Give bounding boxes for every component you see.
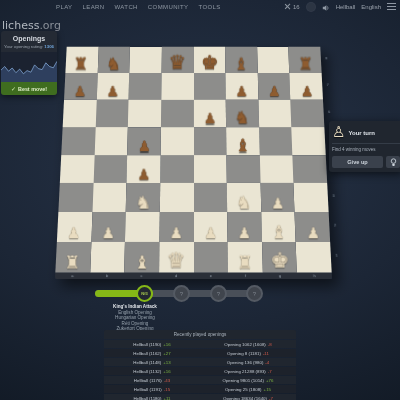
stepper-node-1[interactable]: Nf3 <box>136 285 153 302</box>
black-pawn-c4[interactable]: ♟ <box>137 168 150 182</box>
square-a5[interactable] <box>61 127 95 155</box>
square-g2[interactable]: ♝ <box>261 212 296 242</box>
file-label-d: d <box>159 272 194 279</box>
square-d5[interactable] <box>160 127 193 155</box>
nav-item-community[interactable]: COMMUNITY <box>148 4 189 10</box>
square-d6[interactable] <box>161 100 194 127</box>
file-label-f: f <box>228 272 263 279</box>
rating-delta: -11 <box>263 351 269 356</box>
puzzle-panel: ♙ Your turn Find 4 winning moves Give up <box>329 121 400 172</box>
recent-openings-table: Recently played openings Hellball (1190)… <box>104 330 296 400</box>
white-bishop-c1[interactable]: ♝ <box>134 254 150 272</box>
file-label-c: c <box>124 272 159 279</box>
stepper-node-label: ? <box>253 291 256 297</box>
rating-delta: -7 <box>269 396 273 400</box>
board-grid: ♜♞♛♚♝♜♟♟♟♟♟♟♞♟♝♟♞♞♟♟♟♟♟♟♝♟♜♝♛♜♚ <box>55 47 331 273</box>
black-pawn-a7[interactable]: ♟ <box>74 85 87 99</box>
give-up-button[interactable]: Give up <box>332 156 383 168</box>
player-name-rating: Hellball (1132) <box>133 369 161 374</box>
square-a4[interactable] <box>60 155 94 183</box>
white-pawn-d2[interactable]: ♟ <box>170 226 183 241</box>
square-e6[interactable]: ♟ <box>194 100 227 127</box>
nav-item-play[interactable]: PLAY <box>56 4 73 10</box>
square-c7[interactable] <box>129 73 162 100</box>
square-e8[interactable]: ♚ <box>194 47 226 73</box>
challenge-count: 16 <box>293 4 300 10</box>
file-label-g: g <box>263 272 298 279</box>
square-b3[interactable] <box>92 183 127 212</box>
file-label-a: a <box>55 272 90 279</box>
square-a8[interactable]: ♜ <box>65 47 98 73</box>
black-rook-a8[interactable]: ♜ <box>74 55 89 72</box>
opponent-name-rating: Opening 18634 (1640) <box>223 396 267 400</box>
player-name-rating: Hellball (1180) <box>133 396 161 400</box>
square-g1[interactable]: ♚ <box>262 242 297 272</box>
black-pawn-b7[interactable]: ♟ <box>106 85 119 99</box>
black-bishop-f5[interactable]: ♝ <box>235 137 250 154</box>
recent-game-row[interactable]: Hellball (1190)+16Opening 1062 (1608)-8 <box>104 340 296 348</box>
player-name-rating: Hellball (1148) <box>133 360 161 365</box>
black-pawn-c5[interactable]: ♟ <box>138 140 151 154</box>
rank-label-2: 2 <box>333 212 337 242</box>
white-pawn-e2[interactable]: ♟ <box>204 226 217 241</box>
square-a2[interactable]: ♟ <box>57 212 92 242</box>
rating-delta: +13 <box>163 360 170 365</box>
top-navbar: PLAYLEARNWATCHCOMMUNITYTOOLS 16 Hellball… <box>0 0 400 13</box>
white-king-g1[interactable]: ♚ <box>270 251 289 272</box>
lightbulb-icon <box>390 158 397 167</box>
square-g5[interactable] <box>259 127 293 155</box>
black-pawn-e6[interactable]: ♟ <box>203 112 216 126</box>
stepper-node-2[interactable]: ? <box>173 285 190 302</box>
black-rook-h8[interactable]: ♜ <box>298 55 313 72</box>
sidebar-title: Openings <box>1 31 57 44</box>
square-e1[interactable] <box>194 242 229 272</box>
square-e5[interactable] <box>194 127 227 155</box>
square-e4[interactable] <box>194 155 227 183</box>
language-selector[interactable]: English <box>361 4 381 10</box>
square-c4[interactable]: ♟ <box>127 155 161 183</box>
rating-sparkline-chart <box>1 52 57 82</box>
square-c1[interactable]: ♝ <box>124 242 159 272</box>
recent-game-row[interactable]: Hellball (1148)+13Opening 136 (980)-4 <box>104 358 296 366</box>
white-pawn-f2[interactable]: ♟ <box>238 226 251 241</box>
square-h6[interactable] <box>291 100 325 127</box>
black-pawn-h7[interactable]: ♟ <box>300 85 313 99</box>
stepper-node-label: Nf3 <box>141 291 147 296</box>
square-f2[interactable]: ♟ <box>227 212 262 242</box>
stepper-node-label: ? <box>180 291 183 297</box>
square-g4[interactable] <box>260 155 294 183</box>
opponent-name-rating: Opening 9801 (1014) <box>223 378 265 383</box>
divider <box>332 143 400 144</box>
challenges-button[interactable]: 16 <box>284 3 300 10</box>
white-pawn-h2[interactable]: ♟ <box>306 226 319 241</box>
square-f1[interactable]: ♜ <box>228 242 263 272</box>
square-h8[interactable]: ♜ <box>289 47 322 73</box>
chess-board[interactable]: ♜♞♛♚♝♜♟♟♟♟♟♟♞♟♝♟♞♞♟♟♟♟♟♟♝♟♜♝♛♜♚ abcdefgh… <box>55 47 332 279</box>
white-pawn-b2[interactable]: ♟ <box>101 226 114 241</box>
square-c5[interactable]: ♟ <box>127 127 160 155</box>
rating-delta: +16 <box>163 342 170 347</box>
file-coordinates: abcdefgh <box>55 272 332 279</box>
rank-label-3: 3 <box>332 183 336 212</box>
opening-rating-value: 1306 <box>44 44 54 49</box>
nav-item-tools[interactable]: TOOLS <box>198 4 220 10</box>
rating-delta: +76 <box>266 378 273 383</box>
opponent-name-rating: Opening 8 (1181) <box>227 351 261 356</box>
opponent-name-rating: Opening 21288 (893) <box>224 369 266 374</box>
recent-game-row[interactable]: Hellball (1176)-43Opening 9801 (1014)+76 <box>104 376 296 384</box>
square-g8[interactable] <box>257 47 290 73</box>
white-pawn-g3[interactable]: ♟ <box>271 197 284 212</box>
square-c3[interactable]: ♞ <box>126 183 160 212</box>
rating-delta: +16 <box>163 369 170 374</box>
recent-game-row[interactable]: Hellball (1191)-15Opening 25 (1808)+15 <box>104 385 296 393</box>
square-b2[interactable]: ♟ <box>91 212 126 242</box>
opponent-name-rating: Opening 25 (1808) <box>225 387 262 392</box>
rank-label-7: 7 <box>326 73 329 100</box>
square-c8[interactable] <box>129 47 161 73</box>
rating-delta: -7 <box>268 369 272 374</box>
square-b8[interactable]: ♞ <box>97 47 130 73</box>
stepper-node-3[interactable]: ? <box>210 285 227 302</box>
white-knight-c3[interactable]: ♞ <box>135 194 151 212</box>
opening-rating: Your opening rating: 1306 <box>1 44 57 52</box>
square-d1[interactable]: ♛ <box>159 242 194 272</box>
player-name-rating: Hellball (1176) <box>134 378 162 383</box>
nav-menu: PLAYLEARNWATCHCOMMUNITYTOOLS <box>56 4 221 10</box>
hamburger-menu-icon[interactable] <box>387 3 396 10</box>
best-move-button[interactable]: ✓ Best move! <box>1 82 57 95</box>
square-d4[interactable] <box>160 155 193 183</box>
white-rook-f1[interactable]: ♜ <box>237 254 253 272</box>
square-a7[interactable]: ♟ <box>64 73 97 100</box>
square-g7[interactable]: ♟ <box>258 73 291 100</box>
square-b6[interactable] <box>95 100 128 127</box>
opponent-name-rating: Opening 1062 (1608) <box>224 342 266 347</box>
rating-delta: -15 <box>164 387 170 392</box>
square-f3[interactable]: ♞ <box>227 183 261 212</box>
square-b4[interactable] <box>93 155 127 183</box>
square-e2[interactable]: ♟ <box>194 212 228 242</box>
black-king-e8[interactable]: ♚ <box>201 53 218 72</box>
square-h2[interactable]: ♟ <box>295 212 330 242</box>
puzzle-instruction: Find 4 winning moves <box>332 147 400 152</box>
player-name-rating: Hellball (1190) <box>133 342 161 347</box>
stepper-node-label: ? <box>217 291 220 297</box>
username[interactable]: Hellball <box>336 4 356 10</box>
square-h1[interactable] <box>296 242 332 272</box>
square-d7[interactable] <box>161 73 193 100</box>
table-title: Recently played openings <box>104 330 296 339</box>
opening-progress-stepper: Nf3??? <box>95 285 257 302</box>
white-queen-d1[interactable]: ♛ <box>167 251 186 272</box>
white-pawn-icon: ♙ <box>332 125 345 140</box>
square-f5[interactable]: ♝ <box>226 127 259 155</box>
recent-game-row[interactable]: Hellball (1180)+11Opening 18634 (1640)-7 <box>104 394 296 400</box>
square-g6[interactable] <box>258 100 291 127</box>
streak-icon[interactable] <box>306 2 316 12</box>
recent-game-row[interactable]: Hellball (1132)+16Opening 21288 (893)-7 <box>104 367 296 375</box>
openings-sidebar: Openings Your opening rating: 1306 ✓ Bes… <box>1 31 57 95</box>
square-f4[interactable] <box>227 155 261 183</box>
recent-game-row[interactable]: Hellball (1162)+27Opening 8 (1181)-11 <box>104 349 296 357</box>
file-label-h: h <box>297 272 332 279</box>
square-f6[interactable]: ♞ <box>226 100 259 127</box>
square-h3[interactable] <box>294 183 329 212</box>
white-bishop-g2[interactable]: ♝ <box>271 223 287 241</box>
square-a6[interactable] <box>63 100 97 127</box>
black-queen-d8[interactable]: ♛ <box>169 53 186 72</box>
white-pawn-a2[interactable]: ♟ <box>67 226 80 241</box>
square-d8[interactable]: ♛ <box>161 47 193 73</box>
black-pawn-g7[interactable]: ♟ <box>268 85 281 99</box>
square-b1[interactable] <box>90 242 125 272</box>
square-h4[interactable] <box>293 155 327 183</box>
rating-delta: -8 <box>268 342 272 347</box>
square-h7[interactable]: ♟ <box>290 73 323 100</box>
square-g3[interactable]: ♟ <box>260 183 295 212</box>
nav-item-watch[interactable]: WATCH <box>115 4 138 10</box>
square-h5[interactable] <box>292 127 326 155</box>
check-icon: ✓ <box>11 85 16 92</box>
rating-delta: -43 <box>164 378 170 383</box>
rating-delta: +11 <box>163 396 170 400</box>
black-knight-b8[interactable]: ♞ <box>106 55 121 72</box>
black-knight-f6[interactable]: ♞ <box>235 109 250 126</box>
white-rook-a1[interactable]: ♜ <box>65 254 81 272</box>
square-a1[interactable]: ♜ <box>55 242 91 272</box>
opponent-name-rating: Opening 136 (980) <box>227 360 264 365</box>
square-d2[interactable]: ♟ <box>159 212 193 242</box>
hint-button[interactable] <box>386 156 400 168</box>
rating-delta: -4 <box>265 360 269 365</box>
turn-indicator: Your turn <box>348 130 375 136</box>
square-b7[interactable]: ♟ <box>96 73 129 100</box>
square-a3[interactable] <box>58 183 93 212</box>
file-label-e: e <box>194 272 229 279</box>
rating-delta: +27 <box>163 351 170 356</box>
square-f8[interactable]: ♝ <box>225 47 257 73</box>
nav-item-learn[interactable]: LEARN <box>83 4 105 10</box>
square-b5[interactable] <box>94 127 128 155</box>
player-name-rating: Hellball (1162) <box>133 351 161 356</box>
white-knight-f3[interactable]: ♞ <box>236 194 252 212</box>
crossed-swords-icon <box>284 3 291 10</box>
rank-label-1: 1 <box>335 242 339 272</box>
square-d3[interactable] <box>160 183 194 212</box>
rank-label-8: 8 <box>325 47 328 73</box>
square-c6[interactable] <box>128 100 161 127</box>
square-c2[interactable] <box>125 212 160 242</box>
black-pawn-f7[interactable]: ♟ <box>236 85 249 99</box>
board-stage: ♜♞♛♚♝♜♟♟♟♟♟♟♞♟♝♟♞♞♟♟♟♟♟♟♝♟♜♝♛♜♚ abcdefgh… <box>55 9 332 279</box>
file-label-b: b <box>90 272 125 279</box>
sound-icon[interactable] <box>322 0 330 16</box>
stepper-node-4[interactable]: ? <box>246 285 263 302</box>
black-bishop-f8[interactable]: ♝ <box>234 55 249 72</box>
square-e7[interactable] <box>194 73 226 100</box>
square-e3[interactable] <box>194 183 228 212</box>
nav-right-cluster: 16 Hellball English <box>284 0 396 13</box>
square-f7[interactable]: ♟ <box>226 73 259 100</box>
player-name-rating: Hellball (1191) <box>134 387 162 392</box>
opening-names-list: King's Indian AttackEnglish OpeningHunga… <box>90 304 180 332</box>
rating-delta: +15 <box>264 387 271 392</box>
